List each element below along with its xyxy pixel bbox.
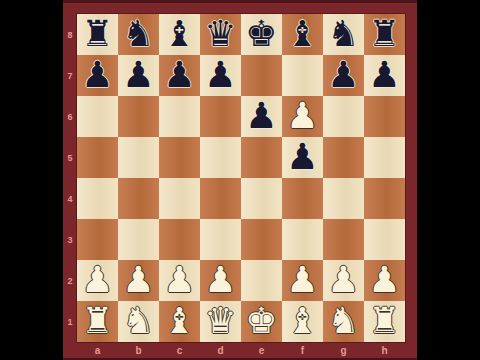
square-f1: ♝ <box>282 301 323 342</box>
square-c8: ♝ <box>159 14 200 55</box>
square-g7: ♟ <box>323 55 364 96</box>
rank-label-1: 1 <box>63 301 77 342</box>
rank-label-4: 4 <box>63 178 77 219</box>
square-c4 <box>159 178 200 219</box>
square-h1: ♜ <box>364 301 405 342</box>
white-rook-piece: ♜ <box>368 300 400 341</box>
square-f4 <box>282 178 323 219</box>
letterbox-left <box>0 0 63 360</box>
black-knight-piece: ♞ <box>122 13 154 54</box>
square-d6 <box>200 96 241 137</box>
square-f7 <box>282 55 323 96</box>
square-c2: ♟ <box>159 260 200 301</box>
black-pawn-piece: ♟ <box>327 54 359 95</box>
video-frame: 87654321 ♜♞♝♛♚♝♞♜♟♟♟♟♟♟♟♟♟♟♟♟♟♟♟♟♜♞♝♛♚♝♞… <box>0 0 480 360</box>
black-pawn-piece: ♟ <box>368 54 400 95</box>
square-f2: ♟ <box>282 260 323 301</box>
square-b7: ♟ <box>118 55 159 96</box>
square-b3 <box>118 219 159 260</box>
square-b8: ♞ <box>118 14 159 55</box>
square-g2: ♟ <box>323 260 364 301</box>
square-f3 <box>282 219 323 260</box>
white-bishop-piece: ♝ <box>286 300 318 341</box>
square-a7: ♟ <box>77 55 118 96</box>
black-queen-piece: ♛ <box>204 13 236 54</box>
rank-label-2: 2 <box>63 260 77 301</box>
square-b6 <box>118 96 159 137</box>
square-e3 <box>241 219 282 260</box>
chess-board: ♜♞♝♛♚♝♞♜♟♟♟♟♟♟♟♟♟♟♟♟♟♟♟♟♜♞♝♛♚♝♞♜ <box>77 14 405 342</box>
white-queen-piece: ♛ <box>204 300 236 341</box>
file-label-g: g <box>323 342 364 358</box>
square-e8: ♚ <box>241 14 282 55</box>
square-d7: ♟ <box>200 55 241 96</box>
black-rook-piece: ♜ <box>368 13 400 54</box>
white-pawn-piece: ♟ <box>81 259 113 300</box>
square-d4 <box>200 178 241 219</box>
square-e5 <box>241 137 282 178</box>
white-rook-piece: ♜ <box>81 300 113 341</box>
rank-labels: 87654321 <box>63 14 77 342</box>
black-pawn-piece: ♟ <box>163 54 195 95</box>
white-pawn-piece: ♟ <box>286 95 318 136</box>
rank-label-7: 7 <box>63 55 77 96</box>
square-h6 <box>364 96 405 137</box>
rank-label-8: 8 <box>63 14 77 55</box>
file-label-c: c <box>159 342 200 358</box>
square-a8: ♜ <box>77 14 118 55</box>
square-d2: ♟ <box>200 260 241 301</box>
black-bishop-piece: ♝ <box>163 13 195 54</box>
white-bishop-piece: ♝ <box>163 300 195 341</box>
file-label-a: a <box>77 342 118 358</box>
square-d8: ♛ <box>200 14 241 55</box>
square-a6 <box>77 96 118 137</box>
square-g3 <box>323 219 364 260</box>
square-e2 <box>241 260 282 301</box>
square-h5 <box>364 137 405 178</box>
rank-label-5: 5 <box>63 137 77 178</box>
letterbox-right <box>417 0 480 360</box>
file-label-f: f <box>282 342 323 358</box>
square-a5 <box>77 137 118 178</box>
black-bishop-piece: ♝ <box>286 13 318 54</box>
square-c6 <box>159 96 200 137</box>
square-g8: ♞ <box>323 14 364 55</box>
square-d1: ♛ <box>200 301 241 342</box>
rank-label-6: 6 <box>63 96 77 137</box>
white-pawn-piece: ♟ <box>204 259 236 300</box>
white-pawn-piece: ♟ <box>368 259 400 300</box>
square-h7: ♟ <box>364 55 405 96</box>
square-a3 <box>77 219 118 260</box>
black-pawn-piece: ♟ <box>81 54 113 95</box>
white-knight-piece: ♞ <box>122 300 154 341</box>
square-c3 <box>159 219 200 260</box>
file-label-d: d <box>200 342 241 358</box>
rank-label-3: 3 <box>63 219 77 260</box>
white-pawn-piece: ♟ <box>122 259 154 300</box>
black-pawn-piece: ♟ <box>245 95 277 136</box>
square-e7 <box>241 55 282 96</box>
black-pawn-piece: ♟ <box>286 136 318 177</box>
square-f5: ♟ <box>282 137 323 178</box>
square-a1: ♜ <box>77 301 118 342</box>
square-d5 <box>200 137 241 178</box>
square-c7: ♟ <box>159 55 200 96</box>
square-e6: ♟ <box>241 96 282 137</box>
square-f8: ♝ <box>282 14 323 55</box>
square-a4 <box>77 178 118 219</box>
black-pawn-piece: ♟ <box>122 54 154 95</box>
white-pawn-piece: ♟ <box>286 259 318 300</box>
black-king-piece: ♚ <box>245 13 277 54</box>
black-rook-piece: ♜ <box>81 13 113 54</box>
square-c1: ♝ <box>159 301 200 342</box>
square-b4 <box>118 178 159 219</box>
white-pawn-piece: ♟ <box>327 259 359 300</box>
square-h4 <box>364 178 405 219</box>
square-a2: ♟ <box>77 260 118 301</box>
square-g5 <box>323 137 364 178</box>
square-f6: ♟ <box>282 96 323 137</box>
black-knight-piece: ♞ <box>327 13 359 54</box>
square-h3 <box>364 219 405 260</box>
white-knight-piece: ♞ <box>327 300 359 341</box>
square-h8: ♜ <box>364 14 405 55</box>
square-b5 <box>118 137 159 178</box>
white-king-piece: ♚ <box>245 300 277 341</box>
file-labels: abcdefgh <box>77 342 405 358</box>
square-g6 <box>323 96 364 137</box>
square-e1: ♚ <box>241 301 282 342</box>
file-label-b: b <box>118 342 159 358</box>
square-b1: ♞ <box>118 301 159 342</box>
square-e4 <box>241 178 282 219</box>
square-g4 <box>323 178 364 219</box>
square-g1: ♞ <box>323 301 364 342</box>
chess-board-frame: 87654321 ♜♞♝♛♚♝♞♜♟♟♟♟♟♟♟♟♟♟♟♟♟♟♟♟♜♞♝♛♚♝♞… <box>63 0 417 360</box>
black-pawn-piece: ♟ <box>204 54 236 95</box>
square-c5 <box>159 137 200 178</box>
file-label-h: h <box>364 342 405 358</box>
square-d3 <box>200 219 241 260</box>
file-label-e: e <box>241 342 282 358</box>
white-pawn-piece: ♟ <box>163 259 195 300</box>
square-h2: ♟ <box>364 260 405 301</box>
square-b2: ♟ <box>118 260 159 301</box>
